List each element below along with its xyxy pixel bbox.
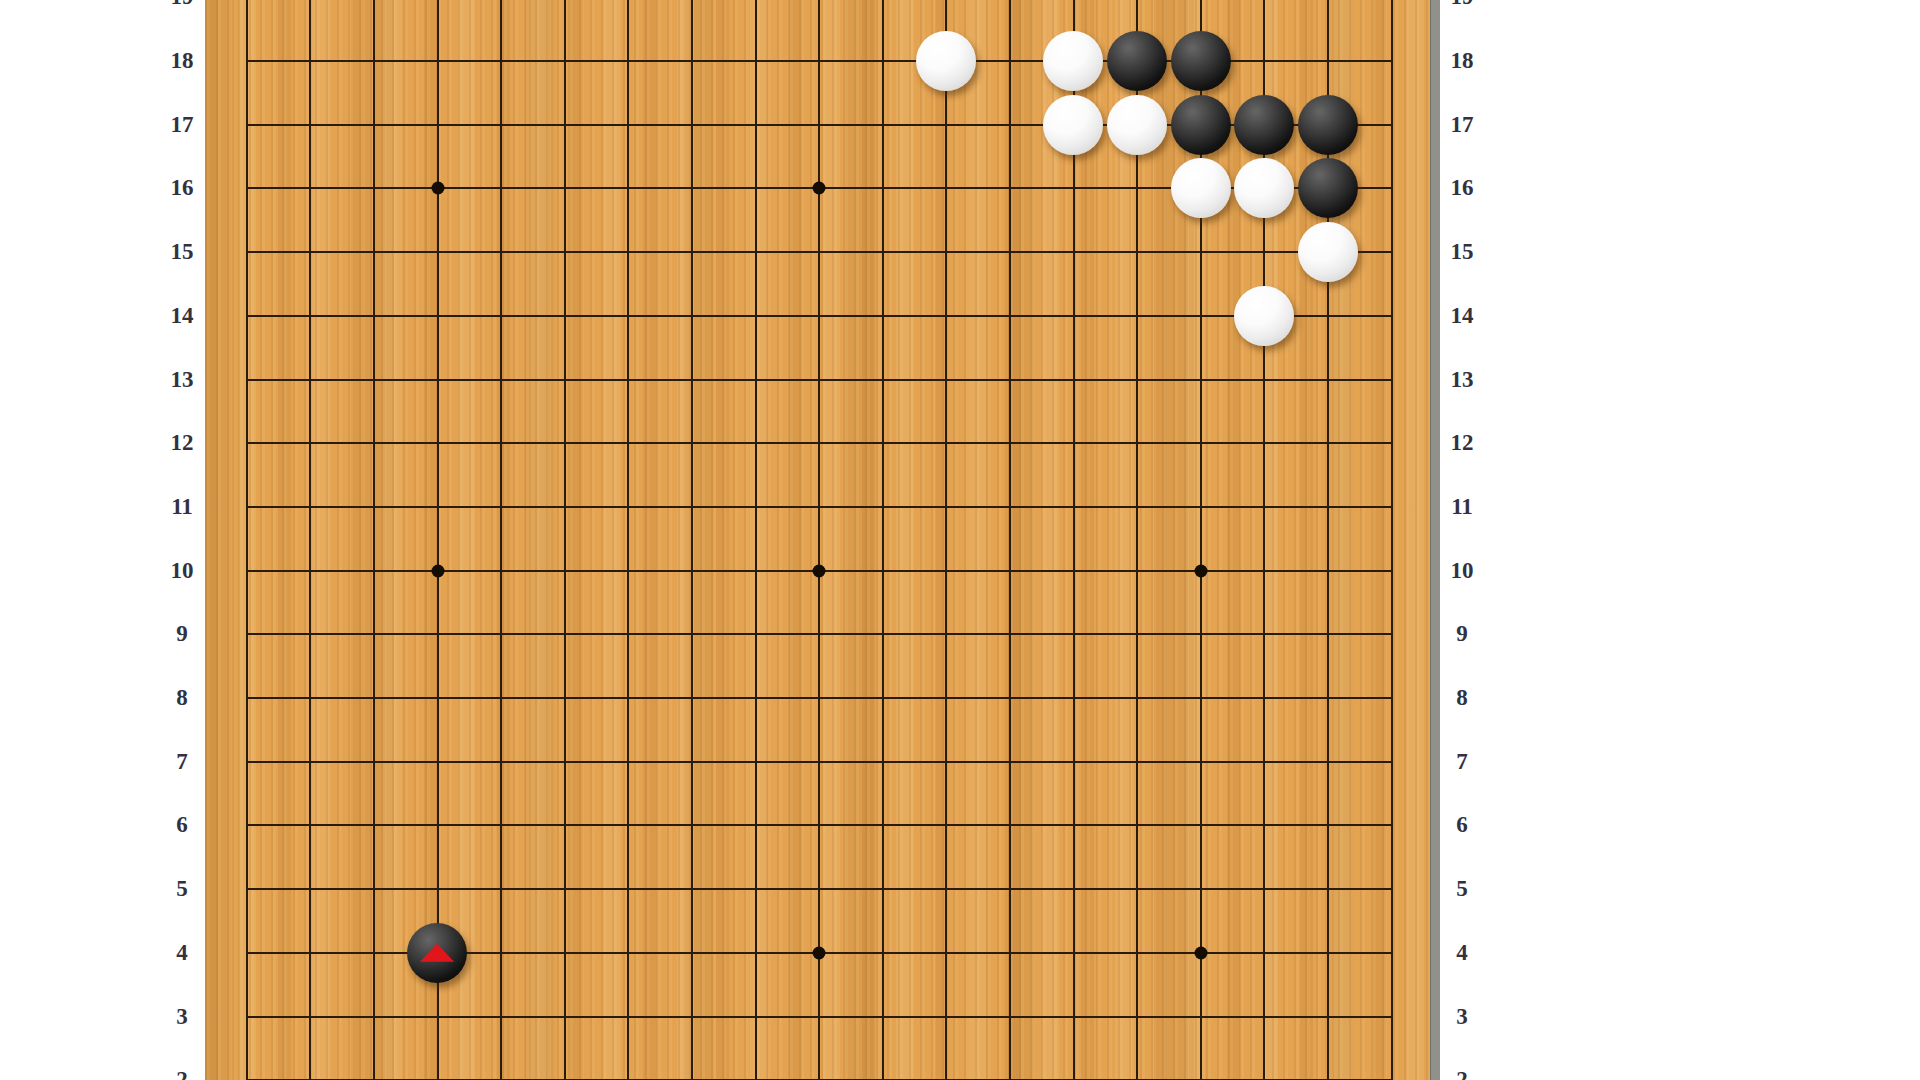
row-label-left-10: 10 <box>171 558 194 584</box>
stone-black-P18[interactable] <box>1107 31 1167 91</box>
row-label-right-13: 13 <box>1451 367 1474 393</box>
row-label-left-19: 19 <box>171 0 194 10</box>
stone-white-Q16[interactable] <box>1171 158 1231 218</box>
row-label-right-10: 10 <box>1451 558 1474 584</box>
stone-black-R17[interactable] <box>1234 95 1294 155</box>
row-label-right-8: 8 <box>1456 685 1468 711</box>
row-label-right-18: 18 <box>1451 48 1474 74</box>
row-label-left-12: 12 <box>171 430 194 456</box>
triangle-marker <box>420 943 454 961</box>
stone-white-M18[interactable] <box>916 31 976 91</box>
row-label-right-14: 14 <box>1451 303 1474 329</box>
row-label-left-18: 18 <box>171 48 194 74</box>
stone-white-R14[interactable] <box>1234 286 1294 346</box>
row-label-left-11: 11 <box>171 494 193 520</box>
stone-black-D4[interactable] <box>407 923 467 983</box>
row-label-left-5: 5 <box>176 876 188 902</box>
row-label-right-9: 9 <box>1456 621 1468 647</box>
stone-white-P17[interactable] <box>1107 95 1167 155</box>
row-label-right-11: 11 <box>1451 494 1473 520</box>
stone-white-O17[interactable] <box>1043 95 1103 155</box>
stone-black-Q17[interactable] <box>1171 95 1231 155</box>
row-label-left-4: 4 <box>176 940 188 966</box>
stone-black-Q18[interactable] <box>1171 31 1231 91</box>
row-label-right-16: 16 <box>1451 175 1474 201</box>
row-label-left-7: 7 <box>176 749 188 775</box>
stone-white-O18[interactable] <box>1043 31 1103 91</box>
row-label-left-2: 2 <box>176 1067 188 1080</box>
stone-black-S16[interactable] <box>1298 158 1358 218</box>
row-label-left-13: 13 <box>171 367 194 393</box>
stones-layer <box>215 0 1423 1080</box>
row-label-left-14: 14 <box>171 303 194 329</box>
row-label-right-19: 19 <box>1451 0 1474 10</box>
row-label-right-4: 4 <box>1456 940 1468 966</box>
row-label-left-6: 6 <box>176 812 188 838</box>
row-label-right-5: 5 <box>1456 876 1468 902</box>
stone-black-S17[interactable] <box>1298 95 1358 155</box>
go-app-window: 1918171615141312111098765432 19181716151… <box>0 0 1920 1080</box>
row-label-right-12: 12 <box>1451 430 1474 456</box>
row-label-left-16: 16 <box>171 175 194 201</box>
row-label-right-17: 17 <box>1451 112 1474 138</box>
row-label-left-3: 3 <box>176 1004 188 1030</box>
row-label-left-8: 8 <box>176 685 188 711</box>
row-label-left-15: 15 <box>171 239 194 265</box>
row-label-right-2: 2 <box>1456 1067 1468 1080</box>
row-label-left-17: 17 <box>171 112 194 138</box>
row-label-right-7: 7 <box>1456 749 1468 775</box>
window-border-strip <box>1430 0 1440 1080</box>
stone-white-S15[interactable] <box>1298 222 1358 282</box>
row-label-right-15: 15 <box>1451 239 1474 265</box>
stone-white-R16[interactable] <box>1234 158 1294 218</box>
row-label-left-9: 9 <box>176 621 188 647</box>
row-label-right-3: 3 <box>1456 1004 1468 1030</box>
row-label-right-6: 6 <box>1456 812 1468 838</box>
